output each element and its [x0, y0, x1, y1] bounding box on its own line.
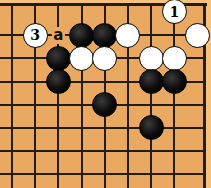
point-S17 [163, 47, 186, 70]
intersection-grid: 13a [0, 0, 209, 186]
go-corner-diagram: 13a [0, 0, 211, 188]
point-P15 [93, 93, 116, 116]
white-stone-R17 [139, 46, 164, 71]
point-S16 [163, 70, 186, 93]
black-stone-R14 [139, 115, 164, 140]
point-P18 [93, 24, 116, 47]
black-stone-P18 [92, 23, 117, 48]
point-N17 [47, 47, 70, 70]
black-stone-O18 [69, 23, 94, 48]
white-stone-T18 [185, 23, 210, 48]
point-M18: 3 [24, 24, 47, 47]
point-R14 [140, 116, 163, 139]
white-stone-S17 [162, 46, 187, 71]
white-stone-O17 [69, 46, 94, 71]
white-stone-move3-M18: 3 [23, 23, 48, 48]
point-N16 [47, 70, 70, 93]
white-stone-move1-S19: 1 [162, 0, 187, 24]
point-O18 [70, 24, 93, 47]
white-stone-Q18 [115, 23, 140, 48]
point-T18 [186, 24, 209, 47]
point-R16 [140, 70, 163, 93]
move-number-1: 1 [169, 4, 179, 18]
point-label-a: a [52, 27, 65, 44]
point-N18: a [47, 24, 70, 47]
point-R17 [140, 47, 163, 70]
black-stone-P15 [92, 92, 117, 117]
point-P17 [93, 47, 116, 70]
white-stone-P17 [92, 46, 117, 71]
black-stone-N16 [46, 69, 71, 94]
point-S19: 1 [163, 0, 186, 23]
black-stone-N17 [46, 46, 71, 71]
black-stone-R16 [139, 69, 164, 94]
black-stone-S16 [162, 69, 187, 94]
move-number-3: 3 [30, 28, 40, 42]
point-Q18 [116, 24, 139, 47]
point-O17 [70, 47, 93, 70]
